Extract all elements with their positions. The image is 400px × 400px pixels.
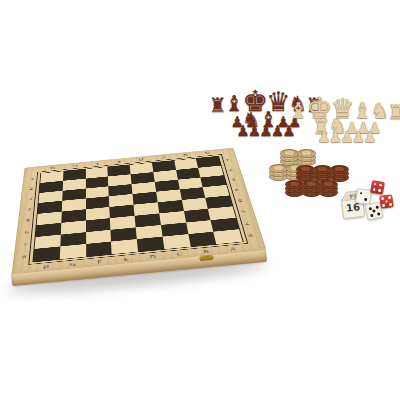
die-pip: [388, 196, 391, 199]
file-label: D: [130, 157, 152, 162]
file-label: A: [196, 150, 219, 155]
chess-piece: ♜: [387, 103, 400, 121]
board-square: [162, 234, 190, 249]
checker-piece: [330, 165, 349, 174]
checker-piece: [319, 180, 338, 189]
file-label: B: [193, 249, 221, 255]
board-square: [137, 237, 164, 252]
die-pip: [359, 191, 362, 194]
die-pip: [372, 209, 376, 213]
board-square: [86, 242, 112, 257]
die-pip: [382, 204, 385, 207]
die-pip: [376, 212, 380, 216]
die-pip: [368, 206, 372, 210]
file-label: F: [86, 259, 113, 266]
piece-row: ♟♟♟♟♟: [318, 131, 375, 145]
file-label: E: [108, 159, 130, 164]
board-square: [33, 247, 60, 262]
file-label: E: [113, 256, 140, 263]
die-pip: [378, 189, 381, 192]
die-pip: [375, 205, 379, 209]
die-pip: [389, 203, 392, 206]
red-die: [379, 194, 394, 209]
file-label: H: [41, 165, 63, 170]
light-pieces-cluster: ♝♚♛♝♞♜♜♞♟♟♟♟♟♟♟♟: [294, 95, 400, 145]
file-label: F: [86, 161, 108, 166]
file-label: B: [174, 153, 197, 158]
file-label: A: [219, 246, 247, 252]
piece-row: ♟♟♟♟♟: [237, 125, 294, 139]
board-square: [188, 232, 217, 247]
checker-stack: [319, 179, 339, 197]
die-pip: [381, 197, 384, 200]
chess-piece: ♟: [363, 131, 376, 145]
file-label: C: [152, 155, 175, 160]
board-square: [60, 244, 86, 259]
die-pip: [369, 213, 373, 217]
die-pip: [374, 183, 377, 186]
file-label: G: [59, 262, 86, 269]
checker-piece: [297, 149, 316, 158]
die-pip: [373, 188, 376, 191]
board-squares-grid: [33, 156, 242, 262]
die-pip: [385, 200, 388, 203]
file-label: C: [166, 251, 193, 257]
board-square: [111, 239, 138, 254]
die-pip: [379, 184, 382, 187]
die-pip: [364, 198, 367, 201]
board-square: [214, 229, 243, 244]
red-die: [370, 180, 385, 195]
file-label: G: [64, 163, 86, 168]
rank-label: 8: [16, 250, 33, 264]
rank-label: 8: [241, 228, 260, 242]
file-label: H: [33, 264, 60, 271]
file-label: D: [139, 254, 166, 260]
product-photo: HGFEDCBAHGFEDCBA1234567812345678 ♜♝♚♛♞♜♟…: [0, 0, 400, 400]
